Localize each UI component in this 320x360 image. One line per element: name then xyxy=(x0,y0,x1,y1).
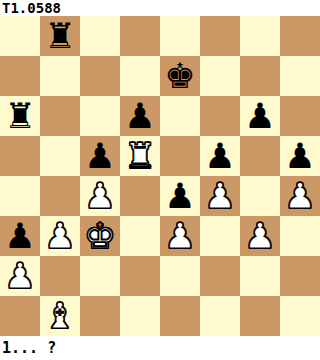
square-f4[interactable]: ♟ xyxy=(200,176,240,216)
square-a4[interactable] xyxy=(0,176,40,216)
square-f7[interactable] xyxy=(200,56,240,96)
square-c6[interactable] xyxy=(80,96,120,136)
black-pawn: ♟ xyxy=(84,136,115,176)
square-h1[interactable] xyxy=(280,296,320,336)
chess-board: ♜♚♜♟♟♟♜♟♟♟♟♟♟♟♟♚♟♟♟♝ xyxy=(0,16,320,336)
square-d5[interactable]: ♜ xyxy=(120,136,160,176)
black-pawn: ♟ xyxy=(124,96,155,136)
square-a7[interactable] xyxy=(0,56,40,96)
square-c3[interactable]: ♚ xyxy=(80,216,120,256)
square-b7[interactable] xyxy=(40,56,80,96)
square-e1[interactable] xyxy=(160,296,200,336)
square-a8[interactable] xyxy=(0,16,40,56)
square-b8[interactable]: ♜ xyxy=(40,16,80,56)
white-bishop: ♝ xyxy=(44,296,75,336)
square-e4[interactable]: ♟ xyxy=(160,176,200,216)
square-h4[interactable]: ♟ xyxy=(280,176,320,216)
square-f6[interactable] xyxy=(200,96,240,136)
square-g5[interactable] xyxy=(240,136,280,176)
square-f2[interactable] xyxy=(200,256,240,296)
square-b1[interactable]: ♝ xyxy=(40,296,80,336)
square-e3[interactable]: ♟ xyxy=(160,216,200,256)
square-d4[interactable] xyxy=(120,176,160,216)
square-b2[interactable] xyxy=(40,256,80,296)
white-rook: ♜ xyxy=(124,136,155,176)
square-c8[interactable] xyxy=(80,16,120,56)
white-pawn: ♟ xyxy=(44,216,75,256)
square-f8[interactable] xyxy=(200,16,240,56)
chess-puzzle-page: T1.0588 ♜♚♜♟♟♟♜♟♟♟♟♟♟♟♟♚♟♟♟♝ 1... ? xyxy=(0,0,320,360)
black-rook: ♜ xyxy=(44,16,75,56)
square-b3[interactable]: ♟ xyxy=(40,216,80,256)
square-h6[interactable] xyxy=(280,96,320,136)
square-d2[interactable] xyxy=(120,256,160,296)
square-c2[interactable] xyxy=(80,256,120,296)
square-c4[interactable]: ♟ xyxy=(80,176,120,216)
black-pawn: ♟ xyxy=(284,136,315,176)
square-f1[interactable] xyxy=(200,296,240,336)
white-pawn: ♟ xyxy=(204,176,235,216)
white-pawn: ♟ xyxy=(4,256,35,296)
square-c5[interactable]: ♟ xyxy=(80,136,120,176)
square-b4[interactable] xyxy=(40,176,80,216)
move-prompt: 1... ? xyxy=(0,336,320,360)
square-g4[interactable] xyxy=(240,176,280,216)
black-pawn: ♟ xyxy=(4,216,35,256)
black-pawn: ♟ xyxy=(244,96,275,136)
square-f5[interactable]: ♟ xyxy=(200,136,240,176)
square-h8[interactable] xyxy=(280,16,320,56)
square-e8[interactable] xyxy=(160,16,200,56)
white-pawn: ♟ xyxy=(244,216,275,256)
square-h2[interactable] xyxy=(280,256,320,296)
square-g6[interactable]: ♟ xyxy=(240,96,280,136)
square-e6[interactable] xyxy=(160,96,200,136)
square-g2[interactable] xyxy=(240,256,280,296)
square-h5[interactable]: ♟ xyxy=(280,136,320,176)
square-a6[interactable]: ♜ xyxy=(0,96,40,136)
square-e5[interactable] xyxy=(160,136,200,176)
white-pawn: ♟ xyxy=(284,176,315,216)
square-b5[interactable] xyxy=(40,136,80,176)
square-g8[interactable] xyxy=(240,16,280,56)
square-c7[interactable] xyxy=(80,56,120,96)
square-g7[interactable] xyxy=(240,56,280,96)
square-d3[interactable] xyxy=(120,216,160,256)
square-h7[interactable] xyxy=(280,56,320,96)
black-pawn: ♟ xyxy=(164,176,195,216)
square-c1[interactable] xyxy=(80,296,120,336)
square-d7[interactable] xyxy=(120,56,160,96)
square-e7[interactable]: ♚ xyxy=(160,56,200,96)
black-king: ♚ xyxy=(164,56,195,96)
white-pawn: ♟ xyxy=(84,176,115,216)
square-d6[interactable]: ♟ xyxy=(120,96,160,136)
white-king: ♚ xyxy=(84,216,115,256)
puzzle-id: T1.0588 xyxy=(0,0,320,16)
square-a5[interactable] xyxy=(0,136,40,176)
square-e2[interactable] xyxy=(160,256,200,296)
square-a2[interactable]: ♟ xyxy=(0,256,40,296)
square-f3[interactable] xyxy=(200,216,240,256)
square-g3[interactable]: ♟ xyxy=(240,216,280,256)
square-b6[interactable] xyxy=(40,96,80,136)
square-d8[interactable] xyxy=(120,16,160,56)
black-rook: ♜ xyxy=(4,96,35,136)
white-pawn: ♟ xyxy=(164,216,195,256)
square-a1[interactable] xyxy=(0,296,40,336)
square-g1[interactable] xyxy=(240,296,280,336)
square-d1[interactable] xyxy=(120,296,160,336)
black-pawn: ♟ xyxy=(204,136,235,176)
square-a3[interactable]: ♟ xyxy=(0,216,40,256)
square-h3[interactable] xyxy=(280,216,320,256)
